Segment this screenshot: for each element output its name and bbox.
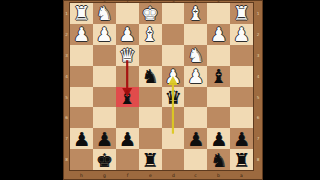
square-f1[interactable]: [116, 3, 139, 24]
piece-black-king[interactable]: ♚: [96, 149, 113, 169]
rank-label-right-4: 4: [255, 69, 262, 84]
square-e2[interactable]: ♝: [139, 24, 162, 45]
piece-white-pawn[interactable]: ♟: [73, 24, 90, 44]
rank-label-right-1: 1: [255, 6, 262, 21]
square-f4[interactable]: [116, 66, 139, 87]
rank-label-left-8: 8: [64, 152, 69, 167]
piece-white-queen[interactable]: ♛: [119, 45, 136, 65]
square-h6[interactable]: [70, 107, 93, 128]
square-d3[interactable]: [162, 45, 185, 66]
square-g6[interactable]: [93, 107, 116, 128]
square-g1[interactable]: ♞: [93, 3, 116, 24]
square-h5[interactable]: [70, 87, 93, 108]
file-label-bottom-a: a: [233, 171, 250, 179]
rank-label-right-8: 8: [255, 152, 262, 167]
rank-label-right-6: 6: [255, 111, 262, 126]
square-d5[interactable]: ♛: [162, 87, 185, 108]
square-g4[interactable]: [93, 66, 116, 87]
square-f6[interactable]: [116, 107, 139, 128]
square-e1[interactable]: ♚: [139, 3, 162, 24]
square-a8[interactable]: ♜: [230, 149, 253, 170]
piece-white-pawn[interactable]: ♟: [164, 66, 181, 86]
square-h7[interactable]: ♟: [70, 128, 93, 149]
square-b3[interactable]: [207, 45, 230, 66]
piece-black-rook[interactable]: ♜: [233, 149, 250, 169]
piece-black-bishop[interactable]: ♝: [210, 66, 227, 86]
square-e7[interactable]: [139, 128, 162, 149]
square-c1[interactable]: ♝: [184, 3, 207, 24]
square-b8[interactable]: ♞: [207, 149, 230, 170]
square-b5[interactable]: [207, 87, 230, 108]
piece-black-pawn[interactable]: ♟: [187, 128, 204, 148]
square-c7[interactable]: ♟: [184, 128, 207, 149]
rank-label-left-3: 3: [64, 48, 69, 63]
square-g5[interactable]: [93, 87, 116, 108]
square-h4[interactable]: [70, 66, 93, 87]
square-g3[interactable]: [93, 45, 116, 66]
square-g7[interactable]: ♟: [93, 128, 116, 149]
square-d8[interactable]: [162, 149, 185, 170]
square-h2[interactable]: ♟: [70, 24, 93, 45]
square-f3[interactable]: ♛: [116, 45, 139, 66]
square-f7[interactable]: ♟: [116, 128, 139, 149]
piece-white-pawn[interactable]: ♟: [233, 24, 250, 44]
square-a5[interactable]: [230, 87, 253, 108]
piece-white-knight[interactable]: ♞: [96, 3, 113, 23]
rank-label-right-7: 7: [255, 131, 262, 146]
rank-label-right-5: 5: [255, 90, 262, 105]
square-a1[interactable]: ♜: [230, 3, 253, 24]
square-e3[interactable]: [139, 45, 162, 66]
square-g8[interactable]: ♚: [93, 149, 116, 170]
piece-black-rook[interactable]: ♜: [142, 149, 159, 169]
piece-black-queen[interactable]: ♛: [164, 86, 181, 106]
square-d2[interactable]: [162, 24, 185, 45]
file-label-bottom-b: b: [210, 171, 227, 179]
piece-white-pawn[interactable]: ♟: [119, 24, 136, 44]
square-f8[interactable]: [116, 149, 139, 170]
piece-white-pawn[interactable]: ♟: [96, 24, 113, 44]
square-c3[interactable]: ♞: [184, 45, 207, 66]
rank-label-right-2: 2: [255, 27, 262, 42]
screenshot-root: hgfedcba hgfedcba 12345678 12345678 ♜♞♚♝…: [0, 0, 320, 180]
file-label-bottom-c: c: [187, 171, 204, 179]
square-h1[interactable]: ♜: [70, 3, 93, 24]
square-f2[interactable]: ♟: [116, 24, 139, 45]
square-h8[interactable]: [70, 149, 93, 170]
square-a4[interactable]: [230, 66, 253, 87]
piece-white-knight[interactable]: ♞: [187, 45, 204, 65]
rank-label-left-1: 1: [64, 6, 69, 21]
square-e4[interactable]: ♞: [139, 66, 162, 87]
square-c5[interactable]: [184, 87, 207, 108]
file-label-bottom-e: e: [141, 171, 158, 179]
square-c2[interactable]: [184, 24, 207, 45]
chess-board-interior: ♜♞♚♝♜♟♟♟♝♟♟♛♞♞♟♟♝♝♛♟♟♟♟♟♟♚♜♞♜: [70, 3, 253, 170]
piece-black-pawn[interactable]: ♟: [73, 128, 90, 148]
chess-board: hgfedcba hgfedcba 12345678 12345678 ♜♞♚♝…: [63, 0, 263, 180]
square-e5[interactable]: [139, 87, 162, 108]
piece-black-bishop[interactable]: ♝: [119, 86, 136, 106]
piece-black-pawn[interactable]: ♟: [96, 128, 113, 148]
piece-black-pawn[interactable]: ♟: [119, 128, 136, 148]
piece-black-knight[interactable]: ♞: [142, 66, 159, 86]
square-b1[interactable]: [207, 3, 230, 24]
square-h3[interactable]: [70, 45, 93, 66]
square-b6[interactable]: [207, 107, 230, 128]
square-a7[interactable]: ♟: [230, 128, 253, 149]
square-a6[interactable]: [230, 107, 253, 128]
square-c6[interactable]: [184, 107, 207, 128]
piece-white-rook[interactable]: ♜: [233, 3, 250, 23]
file-labels-bottom: hgfedcba: [70, 170, 253, 180]
rank-labels-right: 12345678: [253, 3, 263, 170]
square-d1[interactable]: [162, 3, 185, 24]
square-a2[interactable]: ♟: [230, 24, 253, 45]
square-a3[interactable]: [230, 45, 253, 66]
rank-label-left-4: 4: [64, 69, 69, 84]
square-e8[interactable]: ♜: [139, 149, 162, 170]
file-label-bottom-h: h: [73, 171, 90, 179]
rank-label-left-2: 2: [64, 27, 69, 42]
square-d7[interactable]: [162, 128, 185, 149]
file-label-bottom-g: g: [96, 171, 113, 179]
square-e6[interactable]: [139, 107, 162, 128]
square-f5[interactable]: ♝: [116, 87, 139, 108]
file-label-bottom-f: f: [119, 171, 136, 179]
piece-white-pawn[interactable]: ♟: [187, 66, 204, 86]
rank-label-left-7: 7: [64, 131, 69, 146]
square-b2[interactable]: ♟: [207, 24, 230, 45]
piece-white-bishop[interactable]: ♝: [142, 24, 159, 44]
square-b7[interactable]: ♟: [207, 128, 230, 149]
rank-label-left-6: 6: [64, 111, 69, 126]
file-label-bottom-d: d: [164, 171, 181, 179]
square-b4[interactable]: ♝: [207, 66, 230, 87]
square-c4[interactable]: ♟: [184, 66, 207, 87]
piece-white-king[interactable]: ♚: [142, 3, 159, 23]
rank-labels-left: 12345678: [63, 3, 70, 170]
square-d4[interactable]: ♟: [162, 66, 185, 87]
piece-white-bishop[interactable]: ♝: [187, 3, 204, 23]
piece-white-rook[interactable]: ♜: [73, 3, 90, 23]
square-d6[interactable]: [162, 107, 185, 128]
rank-label-left-5: 5: [64, 90, 69, 105]
piece-black-pawn[interactable]: ♟: [233, 128, 250, 148]
rank-label-right-3: 3: [255, 48, 262, 63]
piece-black-pawn[interactable]: ♟: [210, 128, 227, 148]
piece-black-knight[interactable]: ♞: [210, 149, 227, 169]
square-g2[interactable]: ♟: [93, 24, 116, 45]
piece-white-pawn[interactable]: ♟: [210, 24, 227, 44]
square-c8[interactable]: [184, 149, 207, 170]
